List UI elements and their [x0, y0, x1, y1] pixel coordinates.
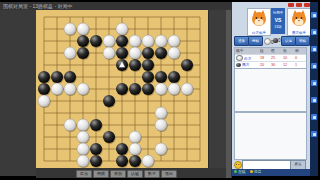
- white-stone: [77, 83, 89, 95]
- white-stone: [77, 155, 89, 167]
- black-stone: [90, 143, 102, 155]
- draw-button[interactable]: 和棋: [295, 36, 310, 46]
- player-card-white: 白方棋手: [247, 8, 271, 36]
- restore-button[interactable]: [296, 3, 302, 7]
- white-stone: [64, 83, 76, 95]
- white-stone: [38, 95, 50, 107]
- window-title: 围棋对局室 - 13路棋盘 - 对局中: [3, 3, 72, 9]
- toolbar-button-exit[interactable]: 退出: [161, 170, 177, 178]
- app-window: 围棋对局室 - 13路棋盘 - 对局中: [0, 2, 318, 176]
- white-stone: [129, 131, 141, 143]
- right-icon-strip: [310, 2, 318, 176]
- black-stone: [168, 71, 180, 83]
- white-stone: [64, 47, 76, 59]
- black-captures: 0: [273, 38, 281, 43]
- black-stone: [103, 131, 115, 143]
- settings-icon[interactable]: [311, 97, 317, 103]
- white-stone: [129, 47, 141, 59]
- panel-divider: [226, 10, 231, 178]
- online-icon: [234, 170, 237, 173]
- black-stone: [142, 59, 154, 71]
- black-stone: [129, 59, 141, 71]
- white-stone: [77, 131, 89, 143]
- white-stone: [64, 23, 76, 35]
- right-panel: 白方棋手 对局中 VS 13路 黑方棋手: [232, 2, 310, 176]
- go-board-svg[interactable]: [36, 10, 208, 168]
- white-stone: [155, 119, 167, 131]
- chat-input-row: 发送: [234, 160, 308, 168]
- black-stone: [142, 47, 154, 59]
- black-stone: [77, 47, 89, 59]
- table-header: 棋手 段 胜 负 和: [235, 48, 306, 55]
- vs-line3: 13路: [274, 25, 281, 29]
- white-stone: [129, 143, 141, 155]
- black-player-name: 黑方棋手: [288, 31, 310, 35]
- white-stone: [77, 119, 89, 131]
- cat-avatar-icon: [288, 9, 310, 29]
- ready-button[interactable]: 准备: [234, 36, 249, 46]
- player-card-black: 黑方棋手: [287, 8, 311, 36]
- black-stone: [38, 71, 50, 83]
- white-stone: [155, 83, 167, 95]
- black-stone: [155, 71, 167, 83]
- black-stone: [142, 71, 154, 83]
- white-stone: [64, 119, 76, 131]
- game-icon[interactable]: [311, 63, 317, 69]
- vs-line1: 对局中: [273, 11, 284, 15]
- white-stone: [77, 143, 89, 155]
- white-stone: [168, 83, 180, 95]
- white-player-name: 白方棋手: [248, 31, 270, 35]
- black-stone: [116, 35, 128, 47]
- toolbar-button-hint[interactable]: 提示: [76, 170, 92, 178]
- black-stone: [103, 95, 115, 107]
- board-stones: [38, 23, 194, 168]
- screen: 围棋对局室 - 13路棋盘 - 对局中: [0, 0, 320, 180]
- vs-panel: 对局中 VS 13路: [271, 8, 285, 34]
- mail-icon[interactable]: [311, 46, 317, 52]
- black-stone: [38, 83, 50, 95]
- toolbar-button-resign[interactable]: 认输: [127, 170, 143, 178]
- white-stone: [168, 47, 180, 59]
- white-stone-icon: [236, 55, 243, 61]
- white-stone: [142, 155, 154, 167]
- chat-message-area[interactable]: [234, 112, 307, 160]
- black-stone: [129, 155, 141, 167]
- vs-line2: VS: [271, 18, 285, 23]
- white-stone: [142, 35, 154, 47]
- players-table: 棋手 段 胜 负 和 白方 18 25 10 0 黑方 20 30: [234, 47, 307, 70]
- message-icon: [250, 170, 253, 173]
- black-stone: [155, 47, 167, 59]
- toolbar-button-count[interactable]: 数子: [144, 170, 160, 178]
- table-row: 白方 18 25 10 0: [235, 55, 306, 62]
- black-stone: [90, 35, 102, 47]
- white-stone: [155, 143, 167, 155]
- white-stone: [51, 83, 63, 95]
- list-icon[interactable]: [311, 29, 317, 35]
- emoticon-icon[interactable]: [234, 161, 242, 169]
- game-log-area[interactable]: [234, 68, 307, 112]
- white-stone: [168, 35, 180, 47]
- cat-avatar-icon: [248, 9, 270, 29]
- white-stone: [103, 35, 115, 47]
- black-stone: [51, 71, 63, 83]
- undo-button[interactable]: 悔棋: [248, 36, 263, 46]
- window-titlebar: 围棋对局室 - 13路棋盘 - 对局中: [0, 2, 235, 10]
- toolbar-button-estimate[interactable]: 形势: [110, 170, 126, 178]
- left-sidebar: [0, 10, 36, 176]
- status-bar: 在线消息: [232, 169, 310, 176]
- black-stone: [64, 71, 76, 83]
- black-stone: [181, 59, 193, 71]
- black-stone: [116, 155, 128, 167]
- go-board[interactable]: [36, 10, 208, 168]
- white-stone: [129, 35, 141, 47]
- black-stone: [90, 155, 102, 167]
- user-icon[interactable]: [311, 80, 317, 86]
- white-stone: [116, 23, 128, 35]
- help-icon[interactable]: [311, 131, 317, 137]
- resign-button[interactable]: 认输: [281, 36, 296, 46]
- black-stone: [116, 143, 128, 155]
- white-stone-icon: [264, 38, 271, 45]
- black-stone: [129, 83, 141, 95]
- home-icon[interactable]: [311, 12, 317, 18]
- black-stone: [142, 83, 154, 95]
- toolbar-button-undo[interactable]: 悔棋: [93, 170, 109, 178]
- white-stone: [77, 23, 89, 35]
- black-stone: [116, 83, 128, 95]
- white-stone: [181, 83, 193, 95]
- white-stone: [155, 107, 167, 119]
- white-stone: [103, 47, 115, 59]
- black-stone: [116, 47, 128, 59]
- black-stone: [90, 119, 102, 131]
- board-toolbar: 提示 悔棋 形势 认输 数子 退出: [36, 168, 232, 178]
- minimize-button[interactable]: [288, 3, 294, 7]
- black-stone: [77, 35, 89, 47]
- white-stone: [155, 35, 167, 47]
- refresh-icon[interactable]: [311, 114, 317, 120]
